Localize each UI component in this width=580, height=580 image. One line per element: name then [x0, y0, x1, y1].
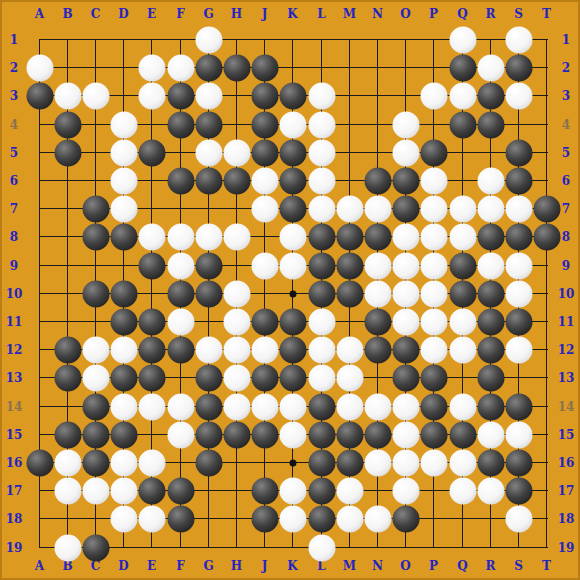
- black-stone-C16: [82, 449, 109, 476]
- white-stone-N7: [364, 195, 391, 222]
- row-label-right-6: 6: [562, 175, 570, 187]
- black-stone-N12: [364, 336, 391, 363]
- white-stone-R7: [477, 195, 504, 222]
- black-stone-S11: [505, 308, 532, 335]
- black-stone-H2: [223, 54, 250, 81]
- white-stone-P3: [420, 82, 447, 109]
- black-stone-L8: [308, 223, 335, 250]
- white-stone-J9: [251, 252, 278, 279]
- white-stone-B17: [54, 477, 81, 504]
- black-stone-J17: [251, 477, 278, 504]
- black-stone-G13: [195, 364, 222, 391]
- black-stone-Q9: [449, 252, 476, 279]
- white-stone-H10: [223, 280, 250, 307]
- black-stone-N15: [364, 421, 391, 448]
- white-stone-D7: [110, 195, 137, 222]
- black-stone-S6: [505, 167, 532, 194]
- col-label-top-M: M: [343, 8, 356, 20]
- white-stone-D4: [110, 111, 137, 138]
- black-stone-P14: [420, 393, 447, 420]
- col-label-top-Q: Q: [457, 8, 467, 20]
- white-stone-R2: [477, 54, 504, 81]
- white-stone-S12: [505, 336, 532, 363]
- white-stone-K14: [279, 393, 306, 420]
- white-stone-D6: [110, 167, 137, 194]
- col-label-top-D: D: [118, 8, 128, 20]
- col-label-top-C: C: [91, 8, 101, 20]
- black-stone-G15: [195, 421, 222, 448]
- col-label-top-B: B: [62, 8, 72, 20]
- white-stone-N14: [364, 393, 391, 420]
- white-stone-H5: [223, 139, 250, 166]
- black-stone-J11: [251, 308, 278, 335]
- white-stone-G3: [195, 82, 222, 109]
- white-stone-J14: [251, 393, 278, 420]
- white-stone-E18: [138, 505, 165, 532]
- black-stone-P5: [420, 139, 447, 166]
- white-stone-K18: [279, 505, 306, 532]
- black-stone-C19: [82, 534, 109, 561]
- row-label-left-9: 9: [10, 260, 18, 272]
- white-stone-H8: [223, 223, 250, 250]
- black-stone-F18: [167, 505, 194, 532]
- white-stone-M12: [336, 336, 363, 363]
- white-stone-G1: [195, 26, 222, 53]
- row-label-right-8: 8: [562, 231, 570, 243]
- row-label-right-2: 2: [562, 62, 570, 74]
- row-label-left-18: 18: [6, 513, 23, 525]
- white-stone-L12: [308, 336, 335, 363]
- black-stone-F3: [167, 82, 194, 109]
- col-label-bottom-O: O: [400, 560, 410, 572]
- white-stone-B16: [54, 449, 81, 476]
- row-label-right-12: 12: [558, 344, 575, 356]
- black-stone-E11: [138, 308, 165, 335]
- white-stone-S18: [505, 505, 532, 532]
- white-stone-C17: [82, 477, 109, 504]
- row-label-left-16: 16: [6, 457, 23, 469]
- row-label-right-7: 7: [562, 203, 570, 215]
- white-stone-L13: [308, 364, 335, 391]
- black-stone-R16: [477, 449, 504, 476]
- white-stone-F2: [167, 54, 194, 81]
- white-stone-N10: [364, 280, 391, 307]
- black-stone-R3: [477, 82, 504, 109]
- col-label-top-R: R: [486, 8, 496, 20]
- white-stone-B3: [54, 82, 81, 109]
- black-stone-A3: [26, 82, 53, 109]
- col-label-top-H: H: [231, 8, 242, 20]
- col-label-bottom-S: S: [514, 560, 523, 572]
- white-stone-K4: [279, 111, 306, 138]
- white-stone-R6: [477, 167, 504, 194]
- row-label-right-13: 13: [558, 372, 575, 384]
- white-stone-E16: [138, 449, 165, 476]
- col-label-bottom-Q: Q: [457, 560, 467, 572]
- col-label-top-N: N: [372, 8, 383, 20]
- black-stone-M9: [336, 252, 363, 279]
- white-stone-L7: [308, 195, 335, 222]
- white-stone-P7: [420, 195, 447, 222]
- col-label-bottom-R: R: [486, 560, 496, 572]
- white-stone-K17: [279, 477, 306, 504]
- black-stone-G10: [195, 280, 222, 307]
- black-stone-L14: [308, 393, 335, 420]
- col-label-bottom-C: C: [91, 560, 101, 572]
- white-stone-J6: [251, 167, 278, 194]
- black-stone-K7: [279, 195, 306, 222]
- white-stone-J12: [251, 336, 278, 363]
- black-stone-L18: [308, 505, 335, 532]
- black-stone-N11: [364, 308, 391, 335]
- white-stone-D5: [110, 139, 137, 166]
- white-stone-E8: [138, 223, 165, 250]
- black-stone-L10: [308, 280, 335, 307]
- black-stone-E13: [138, 364, 165, 391]
- white-stone-D18: [110, 505, 137, 532]
- black-stone-B5: [54, 139, 81, 166]
- black-stone-G2: [195, 54, 222, 81]
- white-stone-M7: [336, 195, 363, 222]
- white-stone-Q1: [449, 26, 476, 53]
- black-stone-G14: [195, 393, 222, 420]
- white-stone-J7: [251, 195, 278, 222]
- white-stone-O15: [392, 421, 419, 448]
- white-stone-O17: [392, 477, 419, 504]
- white-stone-B19: [54, 534, 81, 561]
- black-stone-E12: [138, 336, 165, 363]
- white-stone-G12: [195, 336, 222, 363]
- white-stone-D14: [110, 393, 137, 420]
- black-stone-C8: [82, 223, 109, 250]
- hoshi-point-K16: [289, 459, 296, 466]
- white-stone-H12: [223, 336, 250, 363]
- black-stone-M8: [336, 223, 363, 250]
- black-stone-J4: [251, 111, 278, 138]
- white-stone-E3: [138, 82, 165, 109]
- col-label-bottom-N: N: [372, 560, 383, 572]
- black-stone-D15: [110, 421, 137, 448]
- col-label-bottom-E: E: [147, 560, 156, 572]
- col-label-bottom-K: K: [287, 560, 297, 572]
- white-stone-P11: [420, 308, 447, 335]
- black-stone-R11: [477, 308, 504, 335]
- white-stone-G8: [195, 223, 222, 250]
- row-label-left-10: 10: [6, 288, 23, 300]
- white-stone-O14: [392, 393, 419, 420]
- white-stone-Q12: [449, 336, 476, 363]
- white-stone-L19: [308, 534, 335, 561]
- white-stone-O16: [392, 449, 419, 476]
- hoshi-point-K10: [289, 290, 296, 297]
- white-stone-K15: [279, 421, 306, 448]
- white-stone-N16: [364, 449, 391, 476]
- white-stone-N18: [364, 505, 391, 532]
- white-stone-D12: [110, 336, 137, 363]
- row-label-left-4: 4: [10, 119, 18, 131]
- col-label-bottom-D: D: [118, 560, 128, 572]
- white-stone-R9: [477, 252, 504, 279]
- black-stone-R14: [477, 393, 504, 420]
- white-stone-C12: [82, 336, 109, 363]
- white-stone-Q3: [449, 82, 476, 109]
- row-label-right-3: 3: [562, 90, 570, 102]
- white-stone-D16: [110, 449, 137, 476]
- white-stone-P16: [420, 449, 447, 476]
- row-label-left-3: 3: [10, 90, 18, 102]
- row-label-right-19: 19: [558, 542, 575, 554]
- white-stone-K8: [279, 223, 306, 250]
- black-stone-E17: [138, 477, 165, 504]
- row-label-right-1: 1: [562, 34, 570, 46]
- white-stone-S9: [505, 252, 532, 279]
- white-stone-F9: [167, 252, 194, 279]
- col-label-top-E: E: [147, 8, 156, 20]
- white-stone-F11: [167, 308, 194, 335]
- black-stone-C10: [82, 280, 109, 307]
- grid-line-vertical: [546, 39, 547, 547]
- row-label-right-5: 5: [562, 147, 570, 159]
- row-label-left-8: 8: [10, 231, 18, 243]
- black-stone-R13: [477, 364, 504, 391]
- row-label-right-11: 11: [558, 316, 575, 328]
- black-stone-T8: [533, 223, 560, 250]
- black-stone-L16: [308, 449, 335, 476]
- black-stone-K3: [279, 82, 306, 109]
- row-label-right-9: 9: [562, 260, 570, 272]
- white-stone-E14: [138, 393, 165, 420]
- col-label-bottom-T: T: [542, 560, 551, 572]
- go-board[interactable]: AABBCCDDEEFFGGHHJJKKLLMMNNOOPPQQRRSSTT11…: [0, 0, 580, 580]
- grid-line-horizontal: [39, 547, 548, 548]
- black-stone-J15: [251, 421, 278, 448]
- black-stone-S17: [505, 477, 532, 504]
- black-stone-R10: [477, 280, 504, 307]
- white-stone-Q16: [449, 449, 476, 476]
- white-stone-H13: [223, 364, 250, 391]
- black-stone-B4: [54, 111, 81, 138]
- col-label-top-A: A: [35, 8, 44, 20]
- black-stone-O13: [392, 364, 419, 391]
- row-label-left-19: 19: [6, 542, 23, 554]
- black-stone-J2: [251, 54, 278, 81]
- black-stone-M10: [336, 280, 363, 307]
- black-stone-T7: [533, 195, 560, 222]
- white-stone-O11: [392, 308, 419, 335]
- black-stone-O6: [392, 167, 419, 194]
- black-stone-F4: [167, 111, 194, 138]
- black-stone-F10: [167, 280, 194, 307]
- row-label-right-14: 14: [558, 401, 575, 413]
- white-stone-C3: [82, 82, 109, 109]
- black-stone-C15: [82, 421, 109, 448]
- col-label-top-T: T: [542, 8, 551, 20]
- col-label-bottom-F: F: [176, 560, 185, 572]
- col-label-top-G: G: [203, 8, 213, 20]
- white-stone-Q17: [449, 477, 476, 504]
- black-stone-R8: [477, 223, 504, 250]
- black-stone-Q10: [449, 280, 476, 307]
- black-stone-H6: [223, 167, 250, 194]
- col-label-bottom-P: P: [429, 560, 438, 572]
- col-label-bottom-J: J: [262, 560, 268, 572]
- black-stone-M15: [336, 421, 363, 448]
- black-stone-R12: [477, 336, 504, 363]
- black-stone-Q2: [449, 54, 476, 81]
- white-stone-L4: [308, 111, 335, 138]
- row-label-right-17: 17: [558, 485, 575, 497]
- black-stone-F17: [167, 477, 194, 504]
- black-stone-H15: [223, 421, 250, 448]
- white-stone-O8: [392, 223, 419, 250]
- black-stone-P15: [420, 421, 447, 448]
- black-stone-J13: [251, 364, 278, 391]
- row-label-right-10: 10: [558, 288, 575, 300]
- white-stone-P9: [420, 252, 447, 279]
- black-stone-D10: [110, 280, 137, 307]
- row-label-right-15: 15: [558, 429, 575, 441]
- black-stone-J5: [251, 139, 278, 166]
- white-stone-O10: [392, 280, 419, 307]
- white-stone-M18: [336, 505, 363, 532]
- white-stone-S3: [505, 82, 532, 109]
- white-stone-P6: [420, 167, 447, 194]
- black-stone-G4: [195, 111, 222, 138]
- white-stone-P12: [420, 336, 447, 363]
- white-stone-F14: [167, 393, 194, 420]
- col-label-bottom-L: L: [317, 560, 325, 572]
- black-stone-E5: [138, 139, 165, 166]
- white-stone-Q14: [449, 393, 476, 420]
- black-stone-G6: [195, 167, 222, 194]
- black-stone-D13: [110, 364, 137, 391]
- black-stone-O12: [392, 336, 419, 363]
- white-stone-L6: [308, 167, 335, 194]
- black-stone-C14: [82, 393, 109, 420]
- black-stone-L17: [308, 477, 335, 504]
- white-stone-D17: [110, 477, 137, 504]
- col-label-bottom-H: H: [231, 560, 242, 572]
- col-label-top-S: S: [514, 8, 523, 20]
- black-stone-Q15: [449, 421, 476, 448]
- black-stone-C7: [82, 195, 109, 222]
- black-stone-O7: [392, 195, 419, 222]
- white-stone-R17: [477, 477, 504, 504]
- black-stone-K11: [279, 308, 306, 335]
- row-label-left-11: 11: [6, 316, 23, 328]
- white-stone-O9: [392, 252, 419, 279]
- white-stone-L3: [308, 82, 335, 109]
- row-label-right-4: 4: [562, 119, 570, 131]
- white-stone-K9: [279, 252, 306, 279]
- row-label-left-15: 15: [6, 429, 23, 441]
- white-stone-M13: [336, 364, 363, 391]
- row-label-left-13: 13: [6, 372, 23, 384]
- black-stone-L15: [308, 421, 335, 448]
- black-stone-E9: [138, 252, 165, 279]
- black-stone-S16: [505, 449, 532, 476]
- black-stone-F6: [167, 167, 194, 194]
- row-label-right-18: 18: [558, 513, 575, 525]
- white-stone-N9: [364, 252, 391, 279]
- col-label-bottom-A: A: [35, 560, 44, 572]
- black-stone-D8: [110, 223, 137, 250]
- col-label-top-F: F: [176, 8, 185, 20]
- white-stone-S7: [505, 195, 532, 222]
- black-stone-F12: [167, 336, 194, 363]
- row-label-left-1: 1: [10, 34, 18, 46]
- black-stone-G16: [195, 449, 222, 476]
- white-stone-P10: [420, 280, 447, 307]
- white-stone-M14: [336, 393, 363, 420]
- white-stone-S15: [505, 421, 532, 448]
- white-stone-G5: [195, 139, 222, 166]
- white-stone-L5: [308, 139, 335, 166]
- white-stone-L11: [308, 308, 335, 335]
- white-stone-R15: [477, 421, 504, 448]
- white-stone-F15: [167, 421, 194, 448]
- white-stone-Q8: [449, 223, 476, 250]
- white-stone-S1: [505, 26, 532, 53]
- black-stone-O18: [392, 505, 419, 532]
- col-label-top-P: P: [429, 8, 438, 20]
- black-stone-S14: [505, 393, 532, 420]
- white-stone-A2: [26, 54, 53, 81]
- black-stone-A16: [26, 449, 53, 476]
- row-label-right-16: 16: [558, 457, 575, 469]
- black-stone-M16: [336, 449, 363, 476]
- black-stone-P13: [420, 364, 447, 391]
- black-stone-J18: [251, 505, 278, 532]
- row-label-left-7: 7: [10, 203, 18, 215]
- white-stone-Q7: [449, 195, 476, 222]
- row-label-left-12: 12: [6, 344, 23, 356]
- black-stone-J3: [251, 82, 278, 109]
- black-stone-S8: [505, 223, 532, 250]
- col-label-top-L: L: [317, 8, 325, 20]
- black-stone-K12: [279, 336, 306, 363]
- col-label-top-J: J: [262, 8, 268, 20]
- black-stone-S2: [505, 54, 532, 81]
- black-stone-B12: [54, 336, 81, 363]
- white-stone-H11: [223, 308, 250, 335]
- black-stone-N6: [364, 167, 391, 194]
- row-label-left-6: 6: [10, 175, 18, 187]
- white-stone-E2: [138, 54, 165, 81]
- col-label-top-K: K: [287, 8, 297, 20]
- black-stone-Q4: [449, 111, 476, 138]
- white-stone-P8: [420, 223, 447, 250]
- white-stone-F8: [167, 223, 194, 250]
- white-stone-Q11: [449, 308, 476, 335]
- col-label-top-O: O: [400, 8, 410, 20]
- col-label-bottom-G: G: [203, 560, 213, 572]
- white-stone-C13: [82, 364, 109, 391]
- white-stone-S10: [505, 280, 532, 307]
- black-stone-B15: [54, 421, 81, 448]
- row-label-left-14: 14: [6, 401, 23, 413]
- white-stone-M17: [336, 477, 363, 504]
- black-stone-L9: [308, 252, 335, 279]
- black-stone-B13: [54, 364, 81, 391]
- white-stone-O5: [392, 139, 419, 166]
- col-label-bottom-B: B: [62, 560, 72, 572]
- white-stone-H14: [223, 393, 250, 420]
- row-label-left-17: 17: [6, 485, 23, 497]
- black-stone-G9: [195, 252, 222, 279]
- black-stone-R4: [477, 111, 504, 138]
- black-stone-N8: [364, 223, 391, 250]
